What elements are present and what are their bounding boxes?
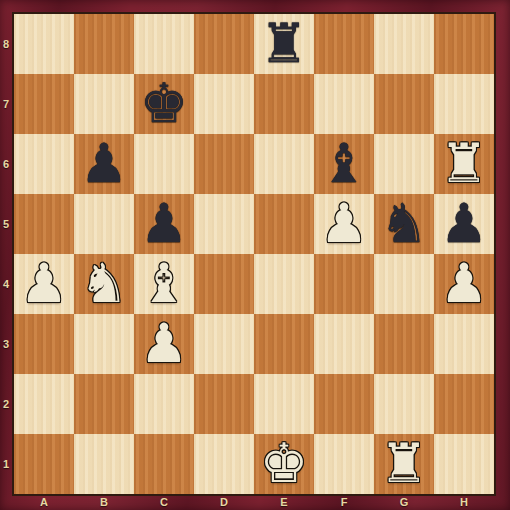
square-g3[interactable]: [374, 314, 434, 374]
square-e2[interactable]: [254, 374, 314, 434]
white-pawn-a4[interactable]: ♟: [20, 255, 68, 313]
white-bishop-c4[interactable]: ♝: [140, 255, 188, 313]
black-knight-g5[interactable]: ♞: [380, 195, 428, 253]
square-d2[interactable]: [194, 374, 254, 434]
square-a6[interactable]: [14, 134, 74, 194]
file-label-f: F: [314, 496, 374, 510]
square-g4[interactable]: [374, 254, 434, 314]
square-d6[interactable]: [194, 134, 254, 194]
file-label-c: C: [134, 496, 194, 510]
white-pawn-c3[interactable]: ♟: [140, 315, 188, 373]
rank-label-8: 8: [0, 14, 12, 74]
square-a5[interactable]: [14, 194, 74, 254]
rank-label-6: 6: [0, 134, 12, 194]
file-label-a: A: [14, 496, 74, 510]
black-bishop-f6[interactable]: ♝: [320, 135, 368, 193]
file-label-d: D: [194, 496, 254, 510]
file-label-h: H: [434, 496, 494, 510]
square-h1[interactable]: [434, 434, 494, 494]
square-f3[interactable]: [314, 314, 374, 374]
square-g2[interactable]: [374, 374, 434, 434]
white-pawn-f5[interactable]: ♟: [320, 195, 368, 253]
square-f7[interactable]: [314, 74, 374, 134]
square-e3[interactable]: [254, 314, 314, 374]
square-c3[interactable]: ♟: [134, 314, 194, 374]
square-f2[interactable]: [314, 374, 374, 434]
square-c4[interactable]: ♝: [134, 254, 194, 314]
square-b4[interactable]: ♞: [74, 254, 134, 314]
black-pawn-c5[interactable]: ♟: [140, 195, 188, 253]
square-f8[interactable]: [314, 14, 374, 74]
square-g8[interactable]: [374, 14, 434, 74]
square-e4[interactable]: [254, 254, 314, 314]
black-pawn-h5[interactable]: ♟: [440, 195, 488, 253]
rank-label-4: 4: [0, 254, 12, 314]
square-a3[interactable]: [14, 314, 74, 374]
rank-label-1: 1: [0, 434, 12, 494]
square-a4[interactable]: ♟: [14, 254, 74, 314]
square-f1[interactable]: [314, 434, 374, 494]
black-pawn-b6[interactable]: ♟: [80, 135, 128, 193]
square-d3[interactable]: [194, 314, 254, 374]
white-king-e1[interactable]: ♚: [260, 435, 308, 493]
square-h8[interactable]: [434, 14, 494, 74]
black-rook-e8[interactable]: ♜: [260, 15, 308, 73]
rank-label-5: 5: [0, 194, 12, 254]
white-knight-b4[interactable]: ♞: [80, 255, 128, 313]
square-c5[interactable]: ♟: [134, 194, 194, 254]
square-h3[interactable]: [434, 314, 494, 374]
rank-label-7: 7: [0, 74, 12, 134]
square-g7[interactable]: [374, 74, 434, 134]
square-f5[interactable]: ♟: [314, 194, 374, 254]
square-c8[interactable]: [134, 14, 194, 74]
square-c2[interactable]: [134, 374, 194, 434]
square-c7[interactable]: ♚: [134, 74, 194, 134]
square-d4[interactable]: [194, 254, 254, 314]
square-e5[interactable]: [254, 194, 314, 254]
square-d8[interactable]: [194, 14, 254, 74]
square-e1[interactable]: ♚: [254, 434, 314, 494]
square-b5[interactable]: [74, 194, 134, 254]
square-d5[interactable]: [194, 194, 254, 254]
square-e8[interactable]: ♜: [254, 14, 314, 74]
square-b2[interactable]: [74, 374, 134, 434]
file-label-g: G: [374, 496, 434, 510]
rank-label-2: 2: [0, 374, 12, 434]
white-rook-g1[interactable]: ♜: [380, 435, 428, 493]
file-label-e: E: [254, 496, 314, 510]
square-g1[interactable]: ♜: [374, 434, 434, 494]
square-g5[interactable]: ♞: [374, 194, 434, 254]
square-d1[interactable]: [194, 434, 254, 494]
square-g6[interactable]: [374, 134, 434, 194]
square-d7[interactable]: [194, 74, 254, 134]
board-frame: ♜♚♟♝♜♟♟♞♟♟♞♝♟♟♚♜ 87654321ABCDEFGH: [0, 0, 510, 510]
square-b3[interactable]: [74, 314, 134, 374]
square-c1[interactable]: [134, 434, 194, 494]
square-h7[interactable]: [434, 74, 494, 134]
rank-label-3: 3: [0, 314, 12, 374]
square-f4[interactable]: [314, 254, 374, 314]
file-label-b: B: [74, 496, 134, 510]
square-b7[interactable]: [74, 74, 134, 134]
square-b6[interactable]: ♟: [74, 134, 134, 194]
square-a1[interactable]: [14, 434, 74, 494]
square-a8[interactable]: [14, 14, 74, 74]
square-h6[interactable]: ♜: [434, 134, 494, 194]
square-a7[interactable]: [14, 74, 74, 134]
white-rook-h6[interactable]: ♜: [440, 135, 488, 193]
square-h5[interactable]: ♟: [434, 194, 494, 254]
black-king-c7[interactable]: ♚: [140, 75, 188, 133]
square-e7[interactable]: [254, 74, 314, 134]
chess-board: ♜♚♟♝♜♟♟♞♟♟♞♝♟♟♚♜: [12, 12, 496, 496]
square-h4[interactable]: ♟: [434, 254, 494, 314]
square-a2[interactable]: [14, 374, 74, 434]
square-b1[interactable]: [74, 434, 134, 494]
square-h2[interactable]: [434, 374, 494, 434]
square-b8[interactable]: [74, 14, 134, 74]
square-f6[interactable]: ♝: [314, 134, 374, 194]
square-e6[interactable]: [254, 134, 314, 194]
square-c6[interactable]: [134, 134, 194, 194]
white-pawn-h4[interactable]: ♟: [440, 255, 488, 313]
